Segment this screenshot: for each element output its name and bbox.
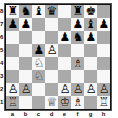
white-bishop-f4: ♗ <box>73 57 84 70</box>
square-c1[interactable] <box>32 96 45 109</box>
square-g5[interactable] <box>84 44 97 57</box>
square-a1[interactable]: ♖ <box>6 96 19 109</box>
chess-diagram: 87654321 ♜♞♝♛♜♚♟♟♟♝♟♟♞♟♟♙♘♗♘♙♙♙♙♙♙♖♕♔♗♖ … <box>0 0 118 118</box>
file-label-c: c <box>32 110 45 118</box>
square-b5[interactable] <box>19 44 32 57</box>
black-pawn-g6: ♟ <box>86 31 97 44</box>
square-b4[interactable] <box>19 57 32 70</box>
square-c7[interactable] <box>32 18 45 31</box>
square-b1[interactable] <box>19 96 32 109</box>
square-b6[interactable] <box>19 31 32 44</box>
file-label-d: d <box>45 110 58 118</box>
black-pawn-e6: ♟ <box>60 31 71 44</box>
square-d5[interactable]: ♙ <box>45 44 58 57</box>
square-b2[interactable]: ♙ <box>19 83 32 96</box>
white-rook-h1: ♖ <box>99 96 110 109</box>
file-coordinates: abcdefgh <box>6 110 110 118</box>
file-label-g: g <box>84 110 97 118</box>
square-d3[interactable] <box>45 70 58 83</box>
square-c2[interactable] <box>32 83 45 96</box>
black-bishop-c8: ♝ <box>34 5 45 18</box>
chess-board: ♜♞♝♛♜♚♟♟♟♝♟♟♞♟♟♙♘♗♘♙♙♙♙♙♙♖♕♔♗♖ <box>5 4 111 110</box>
white-king-e1: ♔ <box>60 96 71 109</box>
file-label-e: e <box>58 110 71 118</box>
white-queen-d1: ♕ <box>47 96 58 109</box>
white-pawn-d5: ♙ <box>47 44 58 57</box>
square-b7[interactable]: ♟ <box>19 18 32 31</box>
square-d4[interactable] <box>45 57 58 70</box>
file-label-h: h <box>97 110 110 118</box>
square-c3[interactable]: ♘ <box>32 70 45 83</box>
square-h6[interactable] <box>97 31 110 44</box>
square-h7[interactable]: ♟ <box>97 18 110 31</box>
white-bishop-f1: ♗ <box>73 96 84 109</box>
square-d8[interactable]: ♛ <box>45 5 58 18</box>
file-label-f: f <box>71 110 84 118</box>
square-a6[interactable] <box>6 31 19 44</box>
square-g2[interactable]: ♙ <box>84 83 97 96</box>
black-knight-f6: ♞ <box>73 31 84 44</box>
black-pawn-a7: ♟ <box>8 18 19 31</box>
white-pawn-g2: ♙ <box>86 83 97 96</box>
square-f4[interactable]: ♗ <box>71 57 84 70</box>
square-d7[interactable] <box>45 18 58 31</box>
square-f1[interactable]: ♗ <box>71 96 84 109</box>
square-a4[interactable] <box>6 57 19 70</box>
square-h4[interactable] <box>97 57 110 70</box>
white-pawn-b2: ♙ <box>21 83 32 96</box>
black-pawn-b7: ♟ <box>21 18 32 31</box>
square-h5[interactable] <box>97 44 110 57</box>
black-pawn-h7: ♟ <box>99 18 110 31</box>
square-g1[interactable] <box>84 96 97 109</box>
square-e6[interactable]: ♟ <box>58 31 71 44</box>
square-a5[interactable] <box>6 44 19 57</box>
square-g6[interactable]: ♟ <box>84 31 97 44</box>
square-d1[interactable]: ♕ <box>45 96 58 109</box>
black-queen-d8: ♛ <box>47 5 58 18</box>
file-label-a: a <box>6 110 19 118</box>
square-c8[interactable]: ♝ <box>32 5 45 18</box>
square-g4[interactable] <box>84 57 97 70</box>
square-e4[interactable] <box>58 57 71 70</box>
white-rook-a1: ♖ <box>8 96 19 109</box>
square-e8[interactable] <box>58 5 71 18</box>
square-f6[interactable]: ♞ <box>71 31 84 44</box>
file-label-b: b <box>19 110 32 118</box>
white-knight-c3: ♘ <box>34 70 45 83</box>
square-e5[interactable] <box>58 44 71 57</box>
square-h1[interactable]: ♖ <box>97 96 110 109</box>
square-a7[interactable]: ♟ <box>6 18 19 31</box>
square-e1[interactable]: ♔ <box>58 96 71 109</box>
